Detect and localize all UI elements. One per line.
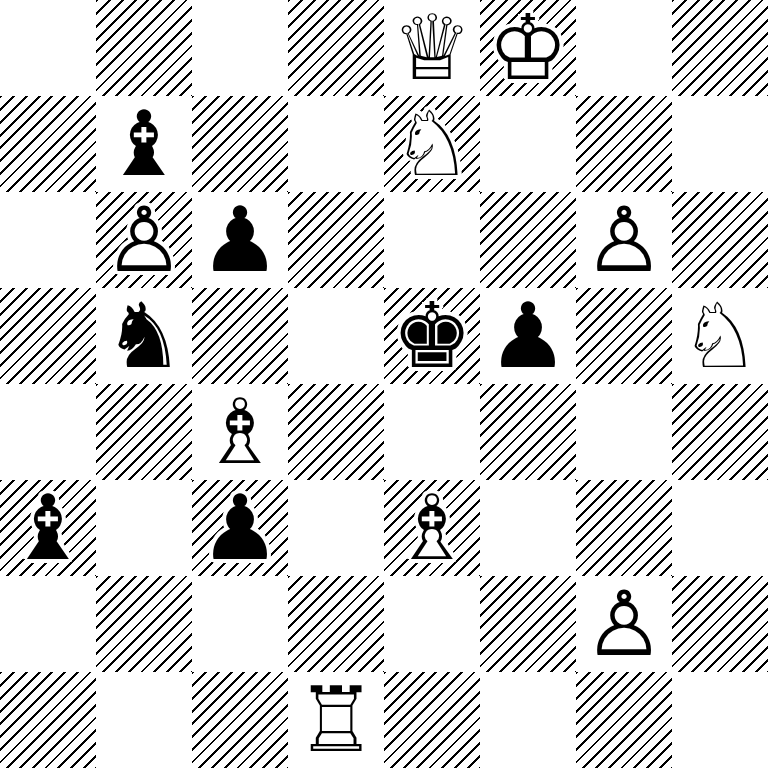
square-c7[interactable]: [192, 96, 288, 192]
square-h4[interactable]: [672, 384, 768, 480]
square-a2[interactable]: [0, 576, 96, 672]
square-d5[interactable]: [288, 288, 384, 384]
piece-black-pawn[interactable]: ♟♟: [480, 288, 576, 384]
square-b7[interactable]: ♝♝: [96, 96, 192, 192]
black-pawn-icon: ♟: [488, 288, 569, 384]
square-f2[interactable]: [480, 576, 576, 672]
white-bishop-icon: ♗: [392, 480, 473, 576]
square-e2[interactable]: [384, 576, 480, 672]
square-e4[interactable]: [384, 384, 480, 480]
square-h8[interactable]: [672, 0, 768, 96]
square-d6[interactable]: [288, 192, 384, 288]
square-g2[interactable]: ♟♙: [576, 576, 672, 672]
square-f8[interactable]: ♚♔: [480, 0, 576, 96]
square-b6[interactable]: ♟♙: [96, 192, 192, 288]
square-b2[interactable]: [96, 576, 192, 672]
piece-black-knight[interactable]: ♞♞: [96, 288, 192, 384]
square-h7[interactable]: [672, 96, 768, 192]
chessboard: ♛♕♚♔♝♝♞♘♟♙♟♟♟♙♞♞♚♚♟♟♞♘♝♗♝♝♟♟♝♗♟♙♜♖: [0, 0, 768, 768]
piece-white-pawn[interactable]: ♟♙: [576, 576, 672, 672]
square-e7[interactable]: ♞♘: [384, 96, 480, 192]
piece-black-pawn[interactable]: ♟♟: [192, 192, 288, 288]
black-pawn-icon: ♟: [200, 480, 281, 576]
black-bishop-icon: ♝: [104, 96, 185, 192]
black-knight-icon: ♞: [104, 288, 185, 384]
square-f4[interactable]: [480, 384, 576, 480]
square-e1[interactable]: [384, 672, 480, 768]
white-pawn-icon: ♙: [584, 192, 665, 288]
piece-white-rook[interactable]: ♜♖: [288, 672, 384, 768]
square-a8[interactable]: [0, 0, 96, 96]
square-g8[interactable]: [576, 0, 672, 96]
square-d8[interactable]: [288, 0, 384, 96]
piece-black-bishop[interactable]: ♝♝: [0, 480, 96, 576]
white-knight-icon: ♘: [680, 288, 761, 384]
black-bishop-icon: ♝: [8, 480, 89, 576]
square-a4[interactable]: [0, 384, 96, 480]
piece-white-knight[interactable]: ♞♘: [384, 96, 480, 192]
white-pawn-icon: ♙: [584, 576, 665, 672]
piece-black-bishop[interactable]: ♝♝: [96, 96, 192, 192]
black-pawn-icon: ♟: [200, 192, 281, 288]
square-h3[interactable]: [672, 480, 768, 576]
square-d3[interactable]: [288, 480, 384, 576]
square-a7[interactable]: [0, 96, 96, 192]
white-bishop-icon: ♗: [200, 384, 281, 480]
square-h5[interactable]: ♞♘: [672, 288, 768, 384]
square-a3[interactable]: ♝♝: [0, 480, 96, 576]
square-a1[interactable]: [0, 672, 96, 768]
piece-black-pawn[interactable]: ♟♟: [192, 480, 288, 576]
piece-white-pawn[interactable]: ♟♙: [96, 192, 192, 288]
square-h6[interactable]: [672, 192, 768, 288]
square-d1[interactable]: ♜♖: [288, 672, 384, 768]
square-d4[interactable]: [288, 384, 384, 480]
square-g3[interactable]: [576, 480, 672, 576]
square-f7[interactable]: [480, 96, 576, 192]
square-b3[interactable]: [96, 480, 192, 576]
chessboard-diagram: ♛♕♚♔♝♝♞♘♟♙♟♟♟♙♞♞♚♚♟♟♞♘♝♗♝♝♟♟♝♗♟♙♜♖: [0, 0, 768, 768]
square-g7[interactable]: [576, 96, 672, 192]
square-d2[interactable]: [288, 576, 384, 672]
white-rook-icon: ♖: [296, 672, 377, 768]
piece-black-king[interactable]: ♚♚: [384, 288, 480, 384]
square-f6[interactable]: [480, 192, 576, 288]
square-h1[interactable]: [672, 672, 768, 768]
square-c4[interactable]: ♝♗: [192, 384, 288, 480]
square-f3[interactable]: [480, 480, 576, 576]
square-g5[interactable]: [576, 288, 672, 384]
square-b5[interactable]: ♞♞: [96, 288, 192, 384]
square-c8[interactable]: [192, 0, 288, 96]
square-c3[interactable]: ♟♟: [192, 480, 288, 576]
white-king-icon: ♔: [488, 0, 569, 96]
piece-white-king[interactable]: ♚♔: [480, 0, 576, 96]
square-f5[interactable]: ♟♟: [480, 288, 576, 384]
piece-white-queen[interactable]: ♛♕: [384, 0, 480, 96]
square-c5[interactable]: [192, 288, 288, 384]
square-g1[interactable]: [576, 672, 672, 768]
square-e8[interactable]: ♛♕: [384, 0, 480, 96]
white-queen-icon: ♕: [392, 0, 473, 96]
square-e5[interactable]: ♚♚: [384, 288, 480, 384]
square-c2[interactable]: [192, 576, 288, 672]
square-f1[interactable]: [480, 672, 576, 768]
square-c6[interactable]: ♟♟: [192, 192, 288, 288]
square-e6[interactable]: [384, 192, 480, 288]
square-d7[interactable]: [288, 96, 384, 192]
black-king-icon: ♚: [392, 288, 473, 384]
piece-white-pawn[interactable]: ♟♙: [576, 192, 672, 288]
square-b8[interactable]: [96, 0, 192, 96]
piece-white-bishop[interactable]: ♝♗: [192, 384, 288, 480]
square-h2[interactable]: [672, 576, 768, 672]
square-b4[interactable]: [96, 384, 192, 480]
square-b1[interactable]: [96, 672, 192, 768]
square-a6[interactable]: [0, 192, 96, 288]
white-pawn-icon: ♙: [104, 192, 185, 288]
square-e3[interactable]: ♝♗: [384, 480, 480, 576]
piece-white-bishop[interactable]: ♝♗: [384, 480, 480, 576]
square-c1[interactable]: [192, 672, 288, 768]
white-knight-icon: ♘: [392, 96, 473, 192]
square-g6[interactable]: ♟♙: [576, 192, 672, 288]
square-a5[interactable]: [0, 288, 96, 384]
square-g4[interactable]: [576, 384, 672, 480]
piece-white-knight[interactable]: ♞♘: [672, 288, 768, 384]
